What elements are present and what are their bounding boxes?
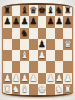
square-a3[interactable] xyxy=(3,61,12,72)
black-pawn: ♟ xyxy=(21,17,29,26)
square-a8[interactable]: ♜ xyxy=(3,5,12,16)
square-g2[interactable]: ♟ xyxy=(55,73,64,84)
square-f8[interactable]: ♝ xyxy=(46,5,55,16)
square-g8[interactable]: ♞ xyxy=(55,5,64,16)
square-d2[interactable]: ♟ xyxy=(29,73,38,84)
black-bishop: ♝ xyxy=(21,6,29,15)
square-f5[interactable] xyxy=(46,39,55,50)
square-e4[interactable]: ♟ xyxy=(38,50,47,61)
square-h1[interactable]: ♜ xyxy=(63,84,72,95)
square-c3[interactable] xyxy=(20,61,29,72)
square-e3[interactable] xyxy=(38,61,47,72)
black-rook: ♜ xyxy=(64,6,72,15)
square-g6[interactable] xyxy=(55,28,64,39)
square-b8[interactable] xyxy=(12,5,21,16)
square-f2[interactable]: ♟ xyxy=(46,73,55,84)
square-d8[interactable]: ♛ xyxy=(29,5,38,16)
square-d4[interactable] xyxy=(29,50,38,61)
white-rook: ♜ xyxy=(3,84,11,93)
black-knight: ♞ xyxy=(21,28,29,37)
white-bishop: ♝ xyxy=(21,84,29,93)
square-g5[interactable] xyxy=(55,39,64,50)
square-c2[interactable]: ♟ xyxy=(20,73,29,84)
black-pawn: ♟ xyxy=(55,17,63,26)
square-a7[interactable]: ♟ xyxy=(3,16,12,27)
square-b3[interactable] xyxy=(12,61,21,72)
square-e8[interactable]: ♚ xyxy=(38,5,47,16)
square-b1[interactable]: ♞ xyxy=(12,84,21,95)
square-d1[interactable] xyxy=(29,84,38,95)
square-h4[interactable] xyxy=(63,50,72,61)
white-king: ♚ xyxy=(38,84,46,93)
white-pawn: ♟ xyxy=(21,73,29,82)
square-h7[interactable]: ♟ xyxy=(63,16,72,27)
black-knight: ♞ xyxy=(55,6,63,15)
black-pawn: ♟ xyxy=(12,17,20,26)
square-e6[interactable] xyxy=(38,28,47,39)
square-c8[interactable]: ♝ xyxy=(20,5,29,16)
square-g4[interactable] xyxy=(55,50,64,61)
white-pawn: ♟ xyxy=(29,73,37,82)
square-b2[interactable]: ♟ xyxy=(12,73,21,84)
square-c7[interactable]: ♟ xyxy=(20,16,29,27)
white-knight: ♞ xyxy=(12,84,20,93)
black-pawn: ♟ xyxy=(46,17,54,26)
black-king: ♚ xyxy=(38,6,46,15)
square-a5[interactable] xyxy=(3,39,12,50)
white-knight: ♞ xyxy=(55,84,63,93)
square-b4[interactable] xyxy=(12,50,21,61)
square-b5[interactable] xyxy=(12,39,21,50)
square-e1[interactable]: ♚ xyxy=(38,84,47,95)
square-f6[interactable] xyxy=(46,28,55,39)
square-a1[interactable]: ♜ xyxy=(3,84,12,95)
square-e5[interactable]: ♟ xyxy=(38,39,47,50)
black-pawn: ♟ xyxy=(3,17,11,26)
white-queen: ♛ xyxy=(64,39,72,48)
square-c1[interactable]: ♝ xyxy=(20,84,29,95)
black-pawn: ♟ xyxy=(64,17,72,26)
square-e2[interactable] xyxy=(38,73,47,84)
black-queen: ♛ xyxy=(29,6,37,15)
white-pawn: ♟ xyxy=(38,51,46,60)
square-f4[interactable] xyxy=(46,50,55,61)
square-b6[interactable] xyxy=(12,28,21,39)
square-c4[interactable]: ♝ xyxy=(20,50,29,61)
white-bishop: ♝ xyxy=(21,51,29,60)
square-d7[interactable]: ♟ xyxy=(29,16,38,27)
square-f3[interactable] xyxy=(46,61,55,72)
square-c5[interactable] xyxy=(20,39,29,50)
black-pawn: ♟ xyxy=(38,39,46,48)
square-b7[interactable]: ♟ xyxy=(12,16,21,27)
square-a6[interactable] xyxy=(3,28,12,39)
white-pawn: ♟ xyxy=(46,73,54,82)
square-c6[interactable]: ♞ xyxy=(20,28,29,39)
square-h8[interactable]: ♜ xyxy=(63,5,72,16)
white-pawn: ♟ xyxy=(3,73,11,82)
chess-board: ♜♝♛♚♝♞♜♟♟♟♟♟♟♟♞♟♛♝♟♟♟♟♟♟♟♟♜♞♝♚♞♜ xyxy=(3,5,72,95)
square-g1[interactable]: ♞ xyxy=(55,84,64,95)
square-h2[interactable]: ♟ xyxy=(63,73,72,84)
square-a4[interactable] xyxy=(3,50,12,61)
black-pawn: ♟ xyxy=(29,17,37,26)
square-g7[interactable]: ♟ xyxy=(55,16,64,27)
white-pawn: ♟ xyxy=(12,73,20,82)
square-d5[interactable] xyxy=(29,39,38,50)
square-f7[interactable]: ♟ xyxy=(46,16,55,27)
square-d6[interactable] xyxy=(29,28,38,39)
white-rook: ♜ xyxy=(64,84,72,93)
black-bishop: ♝ xyxy=(46,6,54,15)
square-h6[interactable] xyxy=(63,28,72,39)
white-pawn: ♟ xyxy=(64,73,72,82)
square-f1[interactable] xyxy=(46,84,55,95)
square-a2[interactable]: ♟ xyxy=(3,73,12,84)
square-d3[interactable] xyxy=(29,61,38,72)
black-rook: ♜ xyxy=(3,6,11,15)
square-h5[interactable]: ♛ xyxy=(63,39,72,50)
chess-fabric-print: ♜♝♛♚♝♞♜♟♟♟♟♟♟♟♞♟♛♝♟♟♟♟♟♟♟♟♜♞♝♚♞♜ xyxy=(2,3,73,97)
white-pawn: ♟ xyxy=(55,73,63,82)
square-g3[interactable] xyxy=(55,61,64,72)
square-h3[interactable] xyxy=(63,61,72,72)
square-e7[interactable] xyxy=(38,16,47,27)
